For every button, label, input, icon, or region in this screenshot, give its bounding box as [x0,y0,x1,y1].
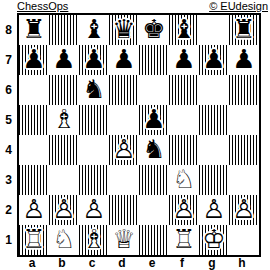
black-pawn: ♟ [19,45,49,75]
square-e1[interactable] [139,225,169,255]
square-b2[interactable]: ♟♙ [49,195,79,225]
square-g1[interactable]: ♚♔ [199,225,229,255]
square-a4[interactable] [19,135,49,165]
square-g7[interactable]: ♟ [199,45,229,75]
rank-label-3: 3 [0,165,17,195]
square-c8[interactable]: ♝ [79,15,109,45]
white-pawn: ♟♙ [199,195,229,225]
square-c2[interactable]: ♟♙ [79,195,109,225]
black-bishop: ♝ [169,15,199,45]
square-b8[interactable] [49,15,79,45]
square-f6[interactable] [169,75,199,105]
white-bishop: ♝♗ [79,225,109,255]
square-g3[interactable] [199,165,229,195]
piece-outline-glyph: ♘ [49,225,79,255]
square-f5[interactable] [169,105,199,135]
square-d6[interactable] [109,75,139,105]
white-pawn: ♟♙ [19,195,49,225]
piece-glyph: ♟ [169,45,199,75]
square-g6[interactable] [199,75,229,105]
chess-board: ♜♝♛♚♝♜♟♟♟♟♟♟♟♞♝♗♟♟♙♞♞♘♟♙♟♙♟♙♟♙♟♙♟♙♜♖♞♘♝♗… [17,13,261,257]
square-b1[interactable]: ♞♘ [49,225,79,255]
piece-outline-glyph: ♙ [199,195,229,225]
file-label-g: g [197,257,227,270]
square-e6[interactable] [139,75,169,105]
square-b5[interactable]: ♝♗ [49,105,79,135]
app-title: ChessOps [17,1,68,12]
file-label-c: c [77,257,107,270]
black-pawn: ♟ [229,45,259,75]
white-pawn: ♟♙ [169,195,199,225]
square-g5[interactable] [199,105,229,135]
black-pawn: ♟ [109,45,139,75]
square-c3[interactable] [79,165,109,195]
square-a5[interactable] [19,105,49,135]
square-f8[interactable]: ♝ [169,15,199,45]
square-e8[interactable]: ♚ [139,15,169,45]
square-h7[interactable]: ♟ [229,45,259,75]
square-c7[interactable]: ♟ [79,45,109,75]
square-d4[interactable]: ♟♙ [109,135,139,165]
file-label-e: e [137,257,167,270]
square-d2[interactable] [109,195,139,225]
square-c1[interactable]: ♝♗ [79,225,109,255]
black-queen: ♛ [109,15,139,45]
piece-glyph: ♟ [79,45,109,75]
piece-glyph: ♛ [109,15,139,45]
square-e7[interactable] [139,45,169,75]
rank-label-8: 8 [0,15,17,45]
piece-outline-glyph: ♙ [229,195,259,225]
piece-glyph: ♚ [139,15,169,45]
square-a8[interactable]: ♜ [19,15,49,45]
white-pawn: ♟♙ [109,135,139,165]
file-label-b: b [47,257,77,270]
white-king: ♚♔ [199,225,229,255]
white-knight: ♞♘ [169,165,199,195]
black-pawn: ♟ [49,45,79,75]
square-c6[interactable]: ♞ [79,75,109,105]
white-rook: ♜♖ [169,225,199,255]
piece-outline-glyph: ♙ [19,195,49,225]
square-h1[interactable] [229,225,259,255]
square-a3[interactable] [19,165,49,195]
black-pawn: ♟ [79,45,109,75]
piece-glyph: ♟ [49,45,79,75]
white-pawn: ♟♙ [229,195,259,225]
black-king: ♚ [139,15,169,45]
square-d5[interactable] [109,105,139,135]
piece-outline-glyph: ♖ [169,225,199,255]
square-b7[interactable]: ♟ [49,45,79,75]
square-g2[interactable]: ♟♙ [199,195,229,225]
piece-glyph: ♜ [19,15,49,45]
square-b3[interactable] [49,165,79,195]
square-c4[interactable] [79,135,109,165]
file-label-d: d [107,257,137,270]
square-h2[interactable]: ♟♙ [229,195,259,225]
square-f1[interactable]: ♜♖ [169,225,199,255]
piece-glyph: ♞ [79,75,109,105]
title-bar: ChessOps © EUdesign [0,0,270,13]
piece-glyph: ♟ [109,45,139,75]
black-rook: ♜ [229,15,259,45]
black-bishop: ♝ [79,15,109,45]
square-g4[interactable] [199,135,229,165]
black-knight: ♞ [79,75,109,105]
rank-label-6: 6 [0,75,17,105]
square-c5[interactable] [79,105,109,135]
black-pawn: ♟ [139,105,169,135]
square-e4[interactable]: ♞ [139,135,169,165]
rank-label-2: 2 [0,195,17,225]
piece-glyph: ♟ [19,45,49,75]
square-f4[interactable] [169,135,199,165]
piece-outline-glyph: ♖ [19,225,49,255]
piece-outline-glyph: ♙ [49,195,79,225]
square-f3[interactable]: ♞♘ [169,165,199,195]
square-a1[interactable]: ♜♖ [19,225,49,255]
rank-label-4: 4 [0,135,17,165]
white-pawn: ♟♙ [79,195,109,225]
black-knight: ♞ [139,135,169,165]
black-pawn: ♟ [169,45,199,75]
white-knight: ♞♘ [49,225,79,255]
credit-text: © EUdesign [209,1,268,12]
square-d1[interactable]: ♛♕ [109,225,139,255]
square-a2[interactable]: ♟♙ [19,195,49,225]
square-f7[interactable]: ♟ [169,45,199,75]
black-pawn: ♟ [199,45,229,75]
rank-label-7: 7 [0,45,17,75]
file-label-a: a [17,257,47,270]
rank-label-1: 1 [0,225,17,255]
square-h4[interactable] [229,135,259,165]
piece-outline-glyph: ♔ [199,225,229,255]
white-pawn: ♟♙ [49,195,79,225]
square-f2[interactable]: ♟♙ [169,195,199,225]
file-labels: abcdefgh [0,257,270,270]
piece-outline-glyph: ♗ [49,105,79,135]
piece-outline-glyph: ♗ [79,225,109,255]
piece-glyph: ♝ [79,15,109,45]
file-label-h: h [227,257,257,270]
rank-labels: 87654321 [0,13,17,257]
square-b4[interactable] [49,135,79,165]
square-a6[interactable] [19,75,49,105]
rank-label-5: 5 [0,105,17,135]
square-d8[interactable]: ♛ [109,15,139,45]
square-d3[interactable] [109,165,139,195]
piece-glyph: ♟ [229,45,259,75]
piece-outline-glyph: ♕ [109,225,139,255]
square-h8[interactable]: ♜ [229,15,259,45]
square-h6[interactable] [229,75,259,105]
square-d7[interactable]: ♟ [109,45,139,75]
white-rook: ♜♖ [19,225,49,255]
white-bishop: ♝♗ [49,105,79,135]
square-g8[interactable] [199,15,229,45]
black-rook: ♜ [19,15,49,45]
piece-glyph: ♞ [139,135,169,165]
piece-glyph: ♜ [229,15,259,45]
piece-outline-glyph: ♙ [79,195,109,225]
square-a7[interactable]: ♟ [19,45,49,75]
piece-glyph: ♟ [139,105,169,135]
square-h5[interactable] [229,105,259,135]
square-h3[interactable] [229,165,259,195]
piece-outline-glyph: ♘ [169,165,199,195]
piece-glyph: ♟ [199,45,229,75]
square-e2[interactable] [139,195,169,225]
board-area: 87654321 ♜♝♛♚♝♜♟♟♟♟♟♟♟♞♝♗♟♟♙♞♞♘♟♙♟♙♟♙♟♙♟… [0,13,270,257]
piece-outline-glyph: ♙ [109,135,139,165]
square-b6[interactable] [49,75,79,105]
piece-glyph: ♝ [169,15,199,45]
file-label-f: f [167,257,197,270]
white-queen: ♛♕ [109,225,139,255]
square-e3[interactable] [139,165,169,195]
square-e5[interactable]: ♟ [139,105,169,135]
piece-outline-glyph: ♙ [169,195,199,225]
